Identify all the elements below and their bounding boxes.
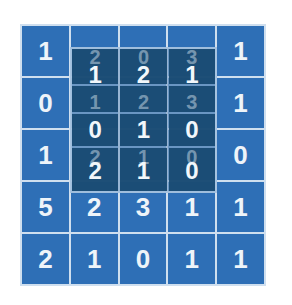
patch-cell-r1c1: 2 1 (72, 49, 118, 84)
cell-value: 1 (233, 194, 247, 220)
patch-new-value: 1 (185, 66, 198, 84)
patch-new-value: 1 (137, 162, 150, 180)
board-cell-r5c4[interactable]: 1 (168, 234, 215, 284)
patch-cell-r3c2: 1 1 (120, 148, 166, 191)
board-cell-r5c3[interactable]: 0 (120, 234, 167, 284)
board-cell-r5c2[interactable]: 1 (71, 234, 118, 284)
patch-old-value: 3 (186, 95, 197, 110)
cell-value: 0 (136, 246, 150, 272)
patch-new-value: 0 (185, 162, 198, 180)
patch-cell-r2c3-new: 0 (169, 114, 215, 146)
cell-value: 0 (38, 90, 52, 116)
patch-cell-r2c2-old: 2 (120, 86, 166, 112)
cell-value: 1 (185, 194, 199, 220)
patch-new-value: 2 (88, 162, 101, 180)
cell-value: 1 (38, 142, 52, 168)
cell-value: 1 (38, 38, 52, 64)
cell-value: 5 (38, 194, 52, 220)
cell-value: 2 (38, 246, 52, 272)
board-cell-r1c1[interactable]: 1 (22, 26, 69, 76)
board-cell-r1c5[interactable]: 1 (217, 26, 264, 76)
board-cell-r2c1[interactable]: 0 (22, 78, 69, 128)
cell-value: 0 (233, 142, 247, 168)
board-cell-r2c5[interactable]: 1 (217, 78, 264, 128)
patch-cell-r3c1: 2 2 (72, 148, 118, 191)
cell-value: 1 (233, 90, 247, 116)
overlay-patch[interactable]: 2 1 0 2 3 1 1 2 3 0 1 0 (70, 47, 217, 193)
board-cell-r5c5[interactable]: 1 (217, 234, 264, 284)
patch-new-value: 0 (185, 121, 198, 139)
patch-cell-r2c1-new: 0 (72, 114, 118, 146)
patch-cell-r1c3: 3 1 (169, 49, 215, 84)
patch-new-value: 1 (137, 121, 150, 139)
board-cell-r3c1[interactable]: 1 (22, 130, 69, 180)
cell-value: 1 (233, 38, 247, 64)
cell-value: 1 (87, 246, 101, 272)
game-board: 1 1 0 1 1 0 5 2 3 1 1 2 1 0 1 1 2 1 0 2 … (20, 24, 266, 286)
patch-cell-r1c2: 0 2 (120, 49, 166, 84)
cell-value: 2 (87, 194, 101, 220)
patch-cell-r3c3: 0 0 (169, 148, 215, 191)
board-cell-r5c1[interactable]: 2 (22, 234, 69, 284)
patch-new-value: 2 (137, 66, 150, 84)
patch-new-value: 1 (88, 66, 101, 84)
patch-old-value: 2 (138, 95, 149, 110)
board-cell-r4c1[interactable]: 5 (22, 182, 69, 232)
patch-new-value: 0 (88, 121, 101, 139)
patch-old-value: 1 (90, 95, 101, 110)
cell-value: 1 (233, 246, 247, 272)
patch-cell-r2c1-old: 1 (72, 86, 118, 112)
cell-value: 1 (185, 246, 199, 272)
patch-cell-r2c2-new: 1 (120, 114, 166, 146)
board-cell-r3c5[interactable]: 0 (217, 130, 264, 180)
patch-cell-r2c3-old: 3 (169, 86, 215, 112)
board-cell-r4c5[interactable]: 1 (217, 182, 264, 232)
cell-value: 3 (136, 194, 150, 220)
